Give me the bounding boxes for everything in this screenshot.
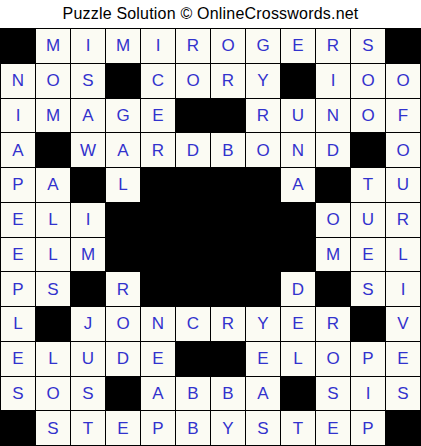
cell-letter: A xyxy=(292,176,303,193)
grid-cell-r5c2: A xyxy=(36,168,70,202)
cell-letter: M xyxy=(81,246,95,263)
cell-letter: B xyxy=(222,142,233,159)
black-cell-r7c5 xyxy=(141,238,175,272)
cell-letter: S xyxy=(327,385,338,402)
black-cell-r6c8 xyxy=(246,203,280,237)
cell-letter: E xyxy=(152,350,163,367)
grid-cell-r11c2: O xyxy=(36,377,70,411)
grid-cell-r2c6: O xyxy=(176,64,210,98)
grid-cell-r9c6: C xyxy=(176,307,210,341)
grid-cell-r11c8: A xyxy=(246,377,280,411)
cell-letter: N xyxy=(327,107,339,124)
grid-cell-r1c5: I xyxy=(141,29,175,63)
cell-letter: S xyxy=(362,37,373,54)
cell-letter: S xyxy=(82,385,93,402)
cell-letter: S xyxy=(82,72,93,89)
cell-letter: A xyxy=(82,107,93,124)
black-cell-r11c9 xyxy=(281,377,315,411)
grid-cell-r10c4: D xyxy=(106,342,140,376)
grid-cell-r11c3: S xyxy=(71,377,105,411)
cell-letter: O xyxy=(46,385,59,402)
grid-cell-r3c10: N xyxy=(316,99,350,133)
grid-cell-r6c10: O xyxy=(316,203,350,237)
cell-letter: S xyxy=(47,281,58,298)
grid-cell-r1c3: I xyxy=(71,29,105,63)
cell-letter: E xyxy=(292,315,303,332)
cell-letter: I xyxy=(401,281,406,298)
black-cell-r2c4 xyxy=(106,64,140,98)
black-cell-r5c3 xyxy=(71,168,105,202)
black-cell-r6c7 xyxy=(211,203,245,237)
grid-cell-r2c8: Y xyxy=(246,64,280,98)
grid-cell-r7c1: E xyxy=(1,238,35,272)
cell-letter: C xyxy=(187,315,199,332)
black-cell-r3c6 xyxy=(176,99,210,133)
cell-letter: O xyxy=(116,315,129,332)
grid-cell-r7c12: L xyxy=(386,238,420,272)
cell-letter: I xyxy=(156,37,161,54)
grid-cell-r12c8: S xyxy=(246,411,280,445)
grid-cell-r11c1: S xyxy=(1,377,35,411)
cell-letter: M xyxy=(116,37,130,54)
grid-cell-r5c12: U xyxy=(386,168,420,202)
black-cell-r8c10 xyxy=(316,272,350,306)
cell-letter: O xyxy=(221,37,234,54)
cell-letter: E xyxy=(12,350,23,367)
cell-letter: O xyxy=(361,72,374,89)
grid-cell-r5c4: L xyxy=(106,168,140,202)
grid-cell-r6c12: R xyxy=(386,203,420,237)
black-cell-r6c6 xyxy=(176,203,210,237)
puzzle-solution-page: Puzzle Solution © OnlineCrosswords.net M… xyxy=(0,0,421,446)
grid-cell-r12c4: E xyxy=(106,411,140,445)
cell-letter: I xyxy=(86,211,91,228)
black-cell-r7c9 xyxy=(281,238,315,272)
cell-letter: R xyxy=(327,315,339,332)
cell-letter: S xyxy=(12,385,23,402)
cell-letter: A xyxy=(152,385,163,402)
grid-cell-r12c2: S xyxy=(36,411,70,445)
cell-letter: C xyxy=(152,72,164,89)
cell-letter: O xyxy=(186,72,199,89)
cell-letter: E xyxy=(12,211,23,228)
grid-cell-r10c2: L xyxy=(36,342,70,376)
cell-letter: M xyxy=(46,107,60,124)
cell-letter: R xyxy=(327,37,339,54)
grid-cell-r7c11: E xyxy=(351,238,385,272)
cell-letter: B xyxy=(187,385,198,402)
black-cell-r9c11 xyxy=(351,307,385,341)
grid-cell-r11c11: I xyxy=(351,377,385,411)
cell-letter: E xyxy=(397,350,408,367)
cell-letter: R xyxy=(257,107,269,124)
cell-letter: S xyxy=(257,420,268,437)
cell-letter: U xyxy=(362,211,374,228)
grid-cell-r6c11: U xyxy=(351,203,385,237)
grid-cell-r2c11: O xyxy=(351,64,385,98)
grid-cell-r4c6: D xyxy=(176,133,210,167)
black-cell-r4c11 xyxy=(351,133,385,167)
grid-cell-r12c9: T xyxy=(281,411,315,445)
black-cell-r8c7 xyxy=(211,272,245,306)
grid-cell-r9c5: N xyxy=(141,307,175,341)
cell-letter: E xyxy=(362,246,373,263)
cell-letter: Y xyxy=(222,420,233,437)
cell-letter: B xyxy=(187,420,198,437)
grid-cell-r8c4: R xyxy=(106,272,140,306)
cell-letter: O xyxy=(361,107,374,124)
grid-cell-r12c5: P xyxy=(141,411,175,445)
grid-cell-r1c7: O xyxy=(211,29,245,63)
black-cell-r8c3 xyxy=(71,272,105,306)
grid-cell-r9c9: E xyxy=(281,307,315,341)
cell-letter: O xyxy=(326,350,339,367)
black-cell-r4c2 xyxy=(36,133,70,167)
grid-cell-r6c3: I xyxy=(71,203,105,237)
grid-cell-r12c3: T xyxy=(71,411,105,445)
cell-letter: P xyxy=(12,281,23,298)
cell-letter: L xyxy=(48,350,57,367)
black-cell-r5c8 xyxy=(246,168,280,202)
grid-cell-r11c5: A xyxy=(141,377,175,411)
black-cell-r8c5 xyxy=(141,272,175,306)
cell-letter: E xyxy=(152,107,163,124)
cell-letter: S xyxy=(397,385,408,402)
black-cell-r8c8 xyxy=(246,272,280,306)
cell-letter: A xyxy=(12,142,23,159)
grid-cell-r5c1: P xyxy=(1,168,35,202)
black-cell-r5c10 xyxy=(316,168,350,202)
grid-cell-r10c12: E xyxy=(386,342,420,376)
black-cell-r8c6 xyxy=(176,272,210,306)
cell-letter: P xyxy=(362,350,373,367)
cell-letter: A xyxy=(117,142,128,159)
grid-cell-r10c9: L xyxy=(281,342,315,376)
grid-cell-r4c10: D xyxy=(316,133,350,167)
cell-letter: U xyxy=(82,350,94,367)
black-cell-r2c9 xyxy=(281,64,315,98)
cell-letter: I xyxy=(331,72,336,89)
grid-cell-r11c7: B xyxy=(211,377,245,411)
grid-cell-r2c10: I xyxy=(316,64,350,98)
grid-cell-r8c1: P xyxy=(1,272,35,306)
grid-cell-r1c11: S xyxy=(351,29,385,63)
cell-letter: E xyxy=(292,37,303,54)
cell-letter: L xyxy=(48,211,57,228)
cell-letter: E xyxy=(117,420,128,437)
cell-letter: D xyxy=(117,350,129,367)
cell-letter: P xyxy=(362,420,373,437)
cell-letter: J xyxy=(84,315,93,332)
grid-cell-r4c3: W xyxy=(71,133,105,167)
grid-cell-r2c5: C xyxy=(141,64,175,98)
grid-cell-r8c9: D xyxy=(281,272,315,306)
black-cell-r6c9 xyxy=(281,203,315,237)
grid-cell-r12c7: Y xyxy=(211,411,245,445)
grid-cell-r7c3: M xyxy=(71,238,105,272)
grid-cell-r2c7: R xyxy=(211,64,245,98)
grid-cell-r4c8: O xyxy=(246,133,280,167)
black-cell-r7c4 xyxy=(106,238,140,272)
cell-letter: D xyxy=(187,142,199,159)
grid-cell-r5c11: T xyxy=(351,168,385,202)
black-cell-r6c5 xyxy=(141,203,175,237)
grid-cell-r3c2: M xyxy=(36,99,70,133)
grid-cell-r9c4: O xyxy=(106,307,140,341)
cell-letter: R xyxy=(222,72,234,89)
grid-cell-r10c11: P xyxy=(351,342,385,376)
grid-cell-r2c1: N xyxy=(1,64,35,98)
cell-letter: Y xyxy=(257,315,268,332)
grid-cell-r5c9: A xyxy=(281,168,315,202)
cell-letter: L xyxy=(293,350,302,367)
black-cell-r7c7 xyxy=(211,238,245,272)
cell-letter: T xyxy=(293,420,303,437)
cell-letter: N xyxy=(12,72,24,89)
cell-letter: P xyxy=(12,176,23,193)
crossword-grid: MIMIROGERSNOSCORYIOOIMAGERUNOFAWARDBONDO… xyxy=(0,28,421,446)
cell-letter: L xyxy=(48,246,57,263)
cell-letter: E xyxy=(12,246,23,263)
page-title: Puzzle Solution © OnlineCrosswords.net xyxy=(63,5,359,23)
cell-letter: L xyxy=(118,176,127,193)
black-cell-r3c7 xyxy=(211,99,245,133)
cell-letter: I xyxy=(366,385,371,402)
cell-letter: L xyxy=(398,246,407,263)
cell-letter: V xyxy=(397,315,408,332)
cell-letter: B xyxy=(222,385,233,402)
grid-cell-r9c8: Y xyxy=(246,307,280,341)
black-cell-r7c6 xyxy=(176,238,210,272)
grid-cell-r11c12: S xyxy=(386,377,420,411)
cell-letter: E xyxy=(327,420,338,437)
grid-cell-r3c9: U xyxy=(281,99,315,133)
grid-cell-r4c7: B xyxy=(211,133,245,167)
cell-letter: O xyxy=(46,72,59,89)
grid-cell-r4c12: O xyxy=(386,133,420,167)
grid-cell-r8c11: S xyxy=(351,272,385,306)
black-cell-r11c4 xyxy=(106,377,140,411)
grid-cell-r9c10: R xyxy=(316,307,350,341)
black-cell-r6c4 xyxy=(106,203,140,237)
grid-cell-r10c10: O xyxy=(316,342,350,376)
cell-letter: G xyxy=(256,37,269,54)
grid-cell-r10c3: U xyxy=(71,342,105,376)
black-cell-r1c1 xyxy=(1,29,35,63)
grid-cell-r1c9: E xyxy=(281,29,315,63)
grid-cell-r3c11: O xyxy=(351,99,385,133)
grid-cell-r3c8: R xyxy=(246,99,280,133)
cell-letter: D xyxy=(292,281,304,298)
cell-letter: D xyxy=(327,142,339,159)
grid-cell-r7c10: M xyxy=(316,238,350,272)
cell-letter: U xyxy=(397,176,409,193)
grid-cell-r9c1: L xyxy=(1,307,35,341)
black-cell-r9c2 xyxy=(36,307,70,341)
grid-cell-r10c8: E xyxy=(246,342,280,376)
black-cell-r1c12 xyxy=(386,29,420,63)
black-cell-r10c6 xyxy=(176,342,210,376)
grid-cell-r4c5: R xyxy=(141,133,175,167)
cell-letter: T xyxy=(363,176,373,193)
cell-letter: G xyxy=(116,107,129,124)
cell-letter: R xyxy=(117,281,129,298)
cell-letter: A xyxy=(47,176,58,193)
cell-letter: R xyxy=(222,315,234,332)
grid-cell-r1c10: R xyxy=(316,29,350,63)
black-cell-r5c6 xyxy=(176,168,210,202)
grid-cell-r6c2: L xyxy=(36,203,70,237)
black-cell-r5c7 xyxy=(211,168,245,202)
cell-letter: A xyxy=(257,385,268,402)
grid-cell-r2c3: S xyxy=(71,64,105,98)
cell-letter: R xyxy=(397,211,409,228)
title-bar: Puzzle Solution © OnlineCrosswords.net xyxy=(0,0,421,28)
black-cell-r12c1 xyxy=(1,411,35,445)
grid-cell-r9c7: R xyxy=(211,307,245,341)
grid-cell-r12c6: B xyxy=(176,411,210,445)
cell-letter: F xyxy=(398,107,408,124)
cell-letter: N xyxy=(292,142,304,159)
cell-letter: U xyxy=(292,107,304,124)
cell-letter: I xyxy=(16,107,21,124)
grid-cell-r10c5: E xyxy=(141,342,175,376)
grid-cell-r3c1: I xyxy=(1,99,35,133)
cell-letter: M xyxy=(326,246,340,263)
grid-cell-r12c11: P xyxy=(351,411,385,445)
grid-cell-r8c12: I xyxy=(386,272,420,306)
grid-cell-r1c2: M xyxy=(36,29,70,63)
grid-cell-r3c12: F xyxy=(386,99,420,133)
cell-letter: W xyxy=(80,142,96,159)
cell-letter: O xyxy=(396,72,409,89)
cell-letter: T xyxy=(83,420,93,437)
cell-letter: S xyxy=(47,420,58,437)
cell-letter: P xyxy=(152,420,163,437)
grid-cell-r4c4: A xyxy=(106,133,140,167)
grid-cell-r9c12: V xyxy=(386,307,420,341)
grid-cell-r11c6: B xyxy=(176,377,210,411)
black-cell-r7c8 xyxy=(246,238,280,272)
grid-cell-r1c6: R xyxy=(176,29,210,63)
cell-letter: R xyxy=(152,142,164,159)
grid-cell-r8c2: S xyxy=(36,272,70,306)
grid-cell-r1c4: M xyxy=(106,29,140,63)
grid-cell-r7c2: L xyxy=(36,238,70,272)
cell-letter: S xyxy=(362,281,373,298)
cell-letter: O xyxy=(396,142,409,159)
cell-letter: O xyxy=(326,211,339,228)
grid-cell-r3c4: G xyxy=(106,99,140,133)
grid-cell-r1c8: G xyxy=(246,29,280,63)
grid-cell-r12c10: E xyxy=(316,411,350,445)
grid-cell-r11c10: S xyxy=(316,377,350,411)
black-cell-r10c7 xyxy=(211,342,245,376)
grid-cell-r3c5: E xyxy=(141,99,175,133)
grid-cell-r10c1: E xyxy=(1,342,35,376)
cell-letter: N xyxy=(152,315,164,332)
black-cell-r12c12 xyxy=(386,411,420,445)
cell-letter: R xyxy=(187,37,199,54)
grid-cell-r4c1: A xyxy=(1,133,35,167)
cell-letter: Y xyxy=(257,72,268,89)
grid-cell-r4c9: N xyxy=(281,133,315,167)
cell-letter: L xyxy=(13,315,22,332)
grid-cell-r2c2: O xyxy=(36,64,70,98)
cell-letter: O xyxy=(256,142,269,159)
grid-cell-r6c1: E xyxy=(1,203,35,237)
grid-cell-r3c3: A xyxy=(71,99,105,133)
cell-letter: M xyxy=(46,37,60,54)
black-cell-r5c5 xyxy=(141,168,175,202)
grid-cell-r9c3: J xyxy=(71,307,105,341)
cell-letter: I xyxy=(86,37,91,54)
cell-letter: E xyxy=(257,350,268,367)
grid-cell-r2c12: O xyxy=(386,64,420,98)
